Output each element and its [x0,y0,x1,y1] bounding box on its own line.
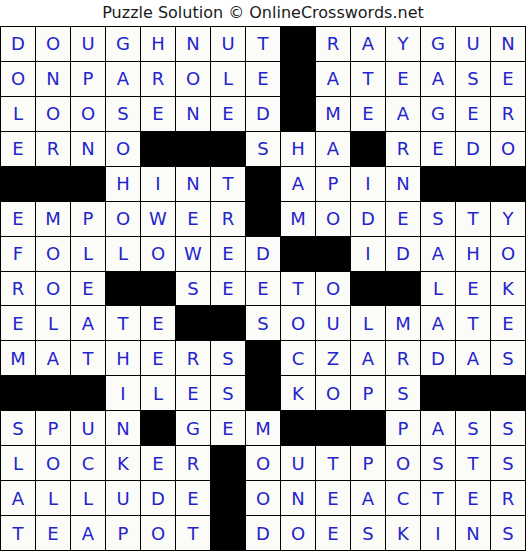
letter-cell-r11c12: S [386,376,420,410]
letter-cell-r14c11: A [351,481,385,515]
letter-cell-r9c9: O [281,306,315,340]
letter-cell-r4c2: R [36,132,70,166]
letter-cell-r7c14: H [456,237,490,271]
block-cell-r7c10 [316,237,350,271]
letter-cell-r12c14: S [456,411,490,445]
letter-cell-r7c5: O [141,237,175,271]
letter-cell-r3c15: R [491,97,525,131]
letter-cell-r2c3: P [71,62,105,96]
letter-cell-r14c15: R [491,481,525,515]
block-cell-r7c9 [281,237,315,271]
letter-cell-r8c2: O [36,272,70,306]
letter-cell-r14c6: E [176,481,210,515]
letter-cell-r15c5: O [141,516,175,550]
letter-cell-r6c5: W [141,202,175,236]
letter-cell-r13c14: T [456,446,490,480]
block-cell-r10c8 [246,341,280,375]
letter-cell-r11c4: I [106,376,140,410]
letter-cell-r7c3: L [71,237,105,271]
letter-cell-r3c11: E [351,97,385,131]
letter-cell-r12c4: N [106,411,140,445]
letter-cell-r12c12: P [386,411,420,445]
letter-cell-r1c7: U [211,27,245,61]
letter-cell-r4c1: E [1,132,35,166]
block-cell-r5c14 [456,167,490,201]
letter-cell-r3c7: E [211,97,245,131]
letter-cell-r2c13: A [421,62,455,96]
letter-cell-r11c11: P [351,376,385,410]
letter-cell-r4c12: R [386,132,420,166]
letter-cell-r1c3: U [71,27,105,61]
letter-cell-r7c15: O [491,237,525,271]
letter-cell-r13c10: T [316,446,350,480]
letter-cell-r12c2: P [36,411,70,445]
letter-cell-r3c2: O [36,97,70,131]
letter-cell-r13c4: K [106,446,140,480]
letter-cell-r7c1: F [1,237,35,271]
block-cell-r5c13 [421,167,455,201]
letter-cell-r7c6: W [176,237,210,271]
block-cell-r9c7 [211,306,245,340]
letter-cell-r3c1: L [1,97,35,131]
letter-cell-r10c10: Z [316,341,350,375]
block-cell-r4c7 [211,132,245,166]
letter-cell-r1c2: O [36,27,70,61]
letter-cell-r14c2: L [36,481,70,515]
letter-cell-r1c12: Y [386,27,420,61]
letter-cell-r7c7: E [211,237,245,271]
letter-cell-r1c13: G [421,27,455,61]
block-cell-r12c11 [351,411,385,445]
letter-cell-r4c13: E [421,132,455,166]
letter-cell-r2c2: N [36,62,70,96]
letter-cell-r7c2: O [36,237,70,271]
letter-cell-r13c11: P [351,446,385,480]
block-cell-r11c2 [36,376,70,410]
letter-cell-r8c15: K [491,272,525,306]
letter-cell-r5c9: A [281,167,315,201]
letter-cell-r3c10: M [316,97,350,131]
letter-cell-r6c13: S [421,202,455,236]
letter-cell-r15c10: E [316,516,350,550]
letter-cell-r10c5: E [141,341,175,375]
letter-cell-r9c15: E [491,306,525,340]
letter-cell-r3c5: E [141,97,175,131]
letter-cell-r13c8: O [246,446,280,480]
letter-cell-r2c10: A [316,62,350,96]
letter-cell-r14c14: E [456,481,490,515]
letter-cell-r3c4: S [106,97,140,131]
letter-cell-r6c9: M [281,202,315,236]
block-cell-r8c4 [106,272,140,306]
letter-cell-r1c15: N [491,27,525,61]
letter-cell-r13c3: C [71,446,105,480]
letter-cell-r8c7: E [211,272,245,306]
letter-cell-r2c12: E [386,62,420,96]
letter-cell-r10c12: R [386,341,420,375]
letter-cell-r4c15: O [491,132,525,166]
letter-cell-r3c8: D [246,97,280,131]
block-cell-r11c1 [1,376,35,410]
block-cell-r14c7 [211,481,245,515]
block-cell-r4c11 [351,132,385,166]
letter-cell-r10c7: S [211,341,245,375]
letter-cell-r1c5: H [141,27,175,61]
letter-cell-r11c7: S [211,376,245,410]
letter-cell-r8c14: E [456,272,490,306]
letter-cell-r2c6: O [176,62,210,96]
letter-cell-r1c6: N [176,27,210,61]
letter-cell-r5c5: I [141,167,175,201]
letter-cell-r7c12: D [386,237,420,271]
letter-cell-r12c13: A [421,411,455,445]
letter-cell-r15c15: S [491,516,525,550]
block-cell-r4c5 [141,132,175,166]
letter-cell-r11c6: E [176,376,210,410]
letter-cell-r14c4: U [106,481,140,515]
letter-cell-r8c8: E [246,272,280,306]
letter-cell-r3c3: O [71,97,105,131]
letter-cell-r6c3: P [71,202,105,236]
letter-cell-r13c6: R [176,446,210,480]
letter-cell-r15c9: O [281,516,315,550]
letter-cell-r14c1: A [1,481,35,515]
letter-cell-r5c6: N [176,167,210,201]
letter-cell-r2c15: E [491,62,525,96]
block-cell-r12c10 [316,411,350,445]
letter-cell-r12c7: E [211,411,245,445]
letter-cell-r3c6: N [176,97,210,131]
letter-cell-r1c11: A [351,27,385,61]
letter-cell-r9c3: A [71,306,105,340]
block-cell-r8c11 [351,272,385,306]
letter-cell-r15c6: T [176,516,210,550]
letter-cell-r2c7: L [211,62,245,96]
letter-cell-r12c3: U [71,411,105,445]
letter-cell-r14c12: C [386,481,420,515]
letter-cell-r13c5: E [141,446,175,480]
letter-cell-r1c4: G [106,27,140,61]
block-cell-r2c9 [281,62,315,96]
letter-cell-r12c15: S [491,411,525,445]
letter-cell-r13c12: O [386,446,420,480]
letter-cell-r7c8: D [246,237,280,271]
letter-cell-r9c12: M [386,306,420,340]
letter-cell-r9c1: E [1,306,35,340]
letter-cell-r15c2: E [36,516,70,550]
letter-cell-r2c1: O [1,62,35,96]
block-cell-r3c9 [281,97,315,131]
letter-cell-r3c14: E [456,97,490,131]
letter-cell-r5c7: T [211,167,245,201]
letter-cell-r9c5: E [141,306,175,340]
letter-cell-r6c11: D [351,202,385,236]
letter-cell-r10c11: A [351,341,385,375]
letter-cell-r9c8: S [246,306,280,340]
letter-cell-r8c1: R [1,272,35,306]
letter-cell-r9c14: T [456,306,490,340]
letter-cell-r2c5: R [141,62,175,96]
letter-cell-r14c5: D [141,481,175,515]
block-cell-r5c15 [491,167,525,201]
block-cell-r9c6 [176,306,210,340]
letter-cell-r8c3: E [71,272,105,306]
letter-cell-r4c8: S [246,132,280,166]
letter-cell-r10c15: S [491,341,525,375]
crossword-grid: DOUGHNUTRAYGUNONPAROLEATEASELOOSENEDMEAG… [0,26,526,551]
letter-cell-r2c8: E [246,62,280,96]
letter-cell-r3c12: A [386,97,420,131]
block-cell-r13c7 [211,446,245,480]
letter-cell-r14c8: O [246,481,280,515]
letter-cell-r2c14: S [456,62,490,96]
letter-cell-r4c14: D [456,132,490,166]
letter-cell-r1c10: R [316,27,350,61]
letter-cell-r5c4: H [106,167,140,201]
letter-cell-r12c6: G [176,411,210,445]
letter-cell-r9c4: T [106,306,140,340]
block-cell-r11c3 [71,376,105,410]
letter-cell-r7c4: L [106,237,140,271]
block-cell-r15c7 [211,516,245,550]
letter-cell-r8c9: T [281,272,315,306]
letter-cell-r10c2: A [36,341,70,375]
letter-cell-r4c4: O [106,132,140,166]
letter-cell-r4c10: A [316,132,350,166]
letter-cell-r15c14: N [456,516,490,550]
letter-cell-r15c12: K [386,516,420,550]
block-cell-r1c9 [281,27,315,61]
letter-cell-r6c15: Y [491,202,525,236]
letter-cell-r1c8: T [246,27,280,61]
letter-cell-r9c11: L [351,306,385,340]
letter-cell-r1c14: U [456,27,490,61]
letter-cell-r6c4: O [106,202,140,236]
letter-cell-r11c10: O [316,376,350,410]
letter-cell-r14c9: N [281,481,315,515]
letter-cell-r4c9: H [281,132,315,166]
letter-cell-r6c12: E [386,202,420,236]
letter-cell-r12c1: S [1,411,35,445]
letter-cell-r14c3: L [71,481,105,515]
letter-cell-r13c9: U [281,446,315,480]
letter-cell-r11c5: L [141,376,175,410]
letter-cell-r13c1: L [1,446,35,480]
letter-cell-r9c13: A [421,306,455,340]
block-cell-r12c5 [141,411,175,445]
letter-cell-r9c10: U [316,306,350,340]
letter-cell-r15c3: A [71,516,105,550]
block-cell-r5c1 [1,167,35,201]
letter-cell-r14c10: E [316,481,350,515]
letter-cell-r6c1: E [1,202,35,236]
letter-cell-r5c12: N [386,167,420,201]
letter-cell-r7c11: I [351,237,385,271]
letter-cell-r9c2: L [36,306,70,340]
letter-cell-r6c2: M [36,202,70,236]
letter-cell-r10c1: M [1,341,35,375]
letter-cell-r4c3: N [71,132,105,166]
block-cell-r6c8 [246,202,280,236]
letter-cell-r10c9: C [281,341,315,375]
letter-cell-r6c7: R [211,202,245,236]
letter-cell-r10c3: T [71,341,105,375]
letter-cell-r2c11: T [351,62,385,96]
block-cell-r5c8 [246,167,280,201]
letter-cell-r11c9: K [281,376,315,410]
letter-cell-r7c13: A [421,237,455,271]
letter-cell-r10c4: H [106,341,140,375]
block-cell-r4c6 [176,132,210,166]
letter-cell-r15c4: P [106,516,140,550]
letter-cell-r15c11: S [351,516,385,550]
block-cell-r11c8 [246,376,280,410]
letter-cell-r8c6: S [176,272,210,306]
letter-cell-r8c10: O [316,272,350,306]
letter-cell-r3c13: G [421,97,455,131]
letter-cell-r5c10: P [316,167,350,201]
block-cell-r11c13 [421,376,455,410]
block-cell-r5c3 [71,167,105,201]
block-cell-r8c12 [386,272,420,306]
letter-cell-r1c1: D [1,27,35,61]
block-cell-r12c9 [281,411,315,445]
letter-cell-r5c11: I [351,167,385,201]
letter-cell-r12c8: M [246,411,280,445]
page-title: Puzzle Solution © OnlineCrosswords.net [0,0,526,26]
letter-cell-r15c13: I [421,516,455,550]
block-cell-r5c2 [36,167,70,201]
letter-cell-r6c14: T [456,202,490,236]
puzzle-solution-page: Puzzle Solution © OnlineCrosswords.net D… [0,0,526,551]
letter-cell-r14c13: T [421,481,455,515]
letter-cell-r10c6: R [176,341,210,375]
letter-cell-r10c14: A [456,341,490,375]
letter-cell-r15c8: D [246,516,280,550]
letter-cell-r15c1: T [1,516,35,550]
letter-cell-r8c13: L [421,272,455,306]
block-cell-r11c15 [491,376,525,410]
letter-cell-r13c13: S [421,446,455,480]
letter-cell-r13c15: S [491,446,525,480]
letter-cell-r2c4: A [106,62,140,96]
block-cell-r8c5 [141,272,175,306]
letter-cell-r6c6: E [176,202,210,236]
letter-cell-r10c13: D [421,341,455,375]
letter-cell-r13c2: O [36,446,70,480]
letter-cell-r6c10: O [316,202,350,236]
block-cell-r11c14 [456,376,490,410]
